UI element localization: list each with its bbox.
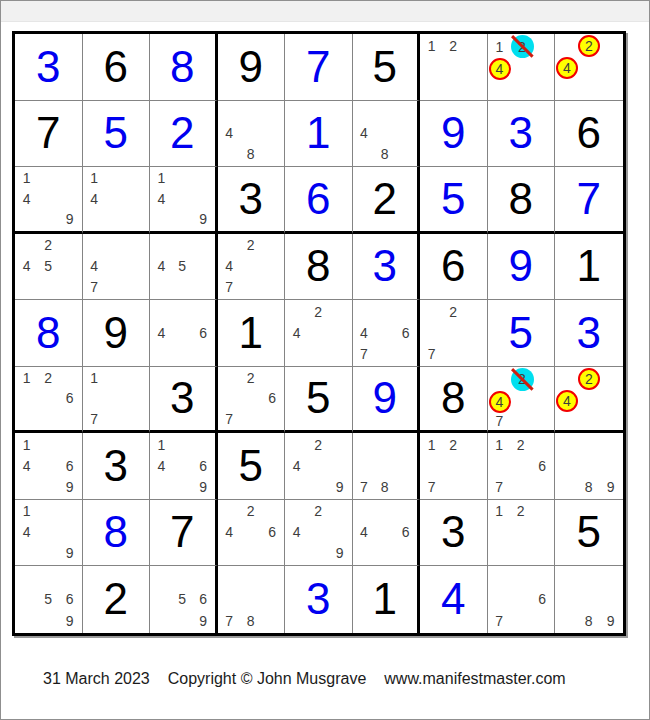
cell-r1c3[interactable]: 8	[150, 34, 218, 101]
cell-r4c7[interactable]: 6	[420, 234, 488, 301]
candidate-9: 9	[59, 543, 81, 564]
cell-r8c4[interactable]: 246	[218, 500, 286, 567]
cell-r6c1[interactable]: 126	[15, 367, 83, 434]
candidate-1: 1	[16, 168, 38, 189]
candidate-4: 4	[16, 522, 38, 543]
cell-r9c8[interactable]: 67	[488, 566, 556, 633]
candidate-2-eliminated: 2	[511, 35, 534, 58]
candidate-grid: 126	[16, 368, 81, 430]
cell-value: 3	[150, 367, 215, 431]
candidate-8: 8	[240, 610, 262, 632]
cell-r3c5[interactable]: 6	[285, 167, 353, 234]
cell-value: 5	[218, 433, 285, 499]
cell-r4c9[interactable]: 1	[555, 234, 623, 301]
candidate-9: 9	[59, 610, 81, 632]
candidate-7: 7	[489, 610, 511, 632]
candidate-4: 4	[151, 256, 172, 277]
cell-r9c4[interactable]: 78	[218, 566, 286, 633]
cell-r9c1[interactable]: 569	[15, 566, 83, 633]
cell-r1c7[interactable]: 12	[420, 34, 488, 101]
candidate-2: 2	[510, 434, 532, 455]
cell-value: 7	[15, 101, 82, 167]
candidate-2-circled: 2	[578, 368, 600, 390]
candidate-8: 8	[374, 476, 395, 497]
candidate-2: 2	[38, 235, 60, 256]
candidate-4: 4	[16, 189, 38, 210]
footer-website: www.manifestmaster.com	[384, 670, 565, 688]
candidate-grid: 247	[219, 235, 284, 299]
candidate-grid: 124	[489, 35, 554, 99]
candidate-grid: 249	[286, 501, 351, 565]
cell-r6c3[interactable]: 3	[150, 367, 218, 434]
candidate-7: 7	[84, 409, 106, 430]
candidate-2-circled: 2	[578, 35, 600, 57]
cell-r4c2[interactable]: 47	[83, 234, 151, 301]
candidate-4-circled: 4	[556, 57, 578, 79]
candidate-1: 1	[489, 501, 511, 522]
candidate-1: 1	[16, 501, 38, 522]
cell-r5c9[interactable]: 3	[555, 300, 623, 367]
candidate-1: 1	[421, 434, 443, 455]
candidate-2: 2	[443, 434, 465, 455]
cell-value: 8	[15, 300, 82, 366]
candidate-7: 7	[421, 343, 443, 364]
candidate-1: 1	[151, 168, 172, 189]
cell-r5c2[interactable]: 9	[83, 300, 151, 367]
candidate-2: 2	[308, 301, 330, 322]
cell-value: 6	[420, 234, 487, 300]
candidate-7: 7	[354, 476, 375, 497]
cell-value: 3	[285, 566, 352, 633]
footer-copyright: Copyright © John Musgrave	[168, 670, 367, 688]
candidate-9: 9	[59, 209, 81, 230]
cell-r2c8[interactable]: 3	[488, 101, 556, 168]
cell-r3c7[interactable]: 5	[420, 167, 488, 234]
top-strip	[1, 1, 649, 22]
cell-r6c5[interactable]: 5	[285, 367, 353, 434]
candidate-grid: 12	[489, 501, 554, 565]
candidate-grid: 48	[219, 102, 284, 166]
candidate-4: 4	[219, 256, 241, 277]
cell-r4c3[interactable]: 45	[150, 234, 218, 301]
cell-value: 9	[420, 101, 487, 167]
cell-r3c6[interactable]: 2	[353, 167, 421, 234]
candidate-4: 4	[354, 522, 375, 543]
candidate-grid: 149	[16, 501, 81, 565]
candidate-7: 7	[354, 343, 375, 364]
candidate-1: 1	[84, 368, 106, 389]
cell-r5c8[interactable]: 5	[488, 300, 556, 367]
candidate-6: 6	[59, 589, 81, 611]
candidate-4-circled: 4	[489, 58, 511, 80]
cell-r2c5[interactable]: 1	[285, 101, 353, 168]
candidate-2: 2	[240, 235, 262, 256]
candidate-4: 4	[286, 455, 308, 476]
cell-r8c9[interactable]: 5	[555, 500, 623, 567]
cell-r4c5[interactable]: 8	[285, 234, 353, 301]
candidate-1: 1	[151, 434, 172, 455]
cell-value: 5	[83, 101, 150, 167]
candidate-9: 9	[193, 610, 214, 632]
candidate-2: 2	[240, 368, 262, 389]
cell-r7c8[interactable]: 1267	[488, 433, 556, 500]
candidate-4: 4	[151, 455, 172, 476]
candidate-8: 8	[578, 476, 600, 497]
candidate-6: 6	[262, 388, 284, 409]
cell-value: 2	[83, 566, 150, 633]
cell-r3c4[interactable]: 3	[218, 167, 286, 234]
cell-value: 2	[353, 167, 418, 231]
candidate-7: 7	[489, 476, 511, 497]
candidate-2: 2	[240, 501, 262, 522]
cell-value: 2	[150, 101, 215, 167]
cell-r7c7[interactable]: 127	[420, 433, 488, 500]
cell-value: 6	[555, 101, 623, 167]
candidate-grid: 24	[556, 368, 622, 430]
cell-value: 4	[420, 566, 487, 633]
candidate-grid: 1469	[16, 434, 81, 498]
candidate-6: 6	[262, 522, 284, 543]
cell-r3c2[interactable]: 14	[83, 167, 151, 234]
cell-value: 5	[353, 34, 418, 100]
cell-r7c2[interactable]: 3	[83, 433, 151, 500]
candidate-grid: 149	[16, 168, 81, 230]
cell-r6c8[interactable]: 247	[488, 367, 556, 434]
cell-r7c5[interactable]: 249	[285, 433, 353, 500]
candidate-5: 5	[172, 256, 193, 277]
candidate-7: 7	[84, 277, 106, 298]
cell-value: 5	[555, 500, 623, 566]
cell-r2c9[interactable]: 6	[555, 101, 623, 168]
candidate-5: 5	[172, 589, 193, 611]
cell-value: 8	[83, 500, 150, 566]
candidate-5: 5	[38, 589, 60, 611]
candidate-grid: 246	[219, 501, 284, 565]
candidate-7: 7	[219, 610, 241, 632]
cell-r2c1[interactable]: 7	[15, 101, 83, 168]
candidate-4: 4	[84, 256, 106, 277]
cell-value: 7	[285, 34, 352, 100]
cell-r9c5[interactable]: 3	[285, 566, 353, 633]
cell-value: 3	[218, 167, 285, 231]
cell-r6c4[interactable]: 267	[218, 367, 286, 434]
cell-value: 9	[83, 300, 150, 366]
cell-r4c1[interactable]: 245	[15, 234, 83, 301]
cell-r1c9[interactable]: 24	[555, 34, 623, 101]
candidate-6: 6	[193, 455, 214, 476]
cell-r7c1[interactable]: 1469	[15, 433, 83, 500]
candidate-9: 9	[329, 543, 351, 564]
cell-r1c8[interactable]: 124	[488, 34, 556, 101]
cell-value: 6	[83, 34, 150, 100]
candidate-6: 6	[395, 522, 416, 543]
cell-value: 3	[353, 234, 418, 300]
cell-r7c4[interactable]: 5	[218, 433, 286, 500]
candidate-9: 9	[600, 610, 622, 632]
cell-value: 5	[420, 167, 487, 231]
cell-r2c6[interactable]: 48	[353, 101, 421, 168]
candidate-grid: 17	[84, 368, 149, 430]
candidate-grid: 27	[421, 301, 486, 365]
cell-value: 3	[488, 101, 555, 167]
cell-r6c9[interactable]: 24	[555, 367, 623, 434]
cell-r8c8[interactable]: 12	[488, 500, 556, 567]
candidate-8: 8	[374, 144, 395, 165]
candidate-grid: 78	[219, 567, 284, 632]
cell-r3c1[interactable]: 149	[15, 167, 83, 234]
cell-value: 3	[15, 34, 82, 100]
candidate-grid: 47	[84, 235, 149, 299]
cell-r8c7[interactable]: 3	[420, 500, 488, 567]
cell-value: 9	[218, 34, 285, 100]
candidate-grid: 12	[421, 35, 486, 99]
cell-value: 3	[420, 500, 487, 566]
cell-r3c3[interactable]: 149	[150, 167, 218, 234]
footer: 31 March 2023 Copyright © John Musgrave …	[43, 670, 566, 688]
cell-r2c4[interactable]: 48	[218, 101, 286, 168]
page: 3689751212424752481489361491414936258724…	[0, 0, 650, 720]
cell-value: 3	[83, 433, 150, 499]
cell-r9c3[interactable]: 569	[150, 566, 218, 633]
candidate-4: 4	[219, 522, 241, 543]
cell-r7c3[interactable]: 1469	[150, 433, 218, 500]
cell-r4c4[interactable]: 247	[218, 234, 286, 301]
candidate-6: 6	[395, 322, 416, 343]
candidate-2: 2	[38, 368, 60, 389]
candidate-grid: 24	[286, 301, 351, 365]
cell-r5c6[interactable]: 467	[353, 300, 421, 367]
candidate-1: 1	[489, 35, 511, 58]
cell-value: 1	[218, 300, 285, 366]
sudoku-board: 3689751212424752481489361491414936258724…	[12, 31, 626, 636]
cell-value: 5	[488, 300, 555, 366]
cell-r3c9[interactable]: 7	[555, 167, 623, 234]
candidate-6: 6	[532, 589, 554, 611]
candidate-1: 1	[489, 434, 511, 455]
cell-r5c7[interactable]: 27	[420, 300, 488, 367]
candidate-4: 4	[286, 322, 308, 343]
cell-value: 8	[488, 167, 555, 231]
cell-r5c4[interactable]: 1	[218, 300, 286, 367]
candidate-2: 2	[308, 501, 330, 522]
candidate-grid: 127	[421, 434, 486, 498]
candidate-4: 4	[84, 189, 106, 210]
cell-r1c4[interactable]: 9	[218, 34, 286, 101]
candidate-9: 9	[600, 476, 622, 497]
candidate-grid: 89	[556, 434, 622, 498]
cell-r6c6[interactable]: 9	[353, 367, 421, 434]
candidate-6: 6	[532, 455, 554, 476]
cell-value: 6	[285, 167, 352, 231]
cell-r6c7[interactable]: 8	[420, 367, 488, 434]
candidate-grid: 46	[354, 501, 417, 565]
cell-r2c3[interactable]: 2	[150, 101, 218, 168]
candidate-2: 2	[443, 301, 465, 322]
cell-r9c9[interactable]: 89	[555, 566, 623, 633]
candidate-5: 5	[38, 256, 60, 277]
cell-r1c2[interactable]: 6	[83, 34, 151, 101]
cell-r5c1[interactable]: 8	[15, 300, 83, 367]
cell-r7c9[interactable]: 89	[555, 433, 623, 500]
cell-r8c6[interactable]: 46	[353, 500, 421, 567]
cell-value: 1	[353, 566, 418, 633]
candidate-grid: 1469	[151, 434, 214, 498]
candidate-9: 9	[59, 476, 81, 497]
candidate-4: 4	[354, 322, 375, 343]
cell-r1c6[interactable]: 5	[353, 34, 421, 101]
cell-value: 9	[353, 367, 418, 431]
candidate-8: 8	[240, 144, 262, 165]
cell-value: 1	[285, 101, 352, 167]
cell-r6c2[interactable]: 17	[83, 367, 151, 434]
candidate-2: 2	[308, 434, 330, 455]
candidate-grid: 67	[489, 567, 554, 632]
candidate-9: 9	[329, 476, 351, 497]
candidate-6: 6	[193, 589, 214, 611]
candidate-7: 7	[489, 413, 511, 430]
cell-r7c6[interactable]: 78	[353, 433, 421, 500]
cell-r9c7[interactable]: 4	[420, 566, 488, 633]
cell-r8c2[interactable]: 8	[83, 500, 151, 567]
candidate-grid: 249	[286, 434, 351, 498]
candidate-grid: 46	[151, 301, 214, 365]
candidate-4-circled: 4	[489, 391, 511, 413]
candidate-9: 9	[193, 209, 214, 230]
cell-r4c6[interactable]: 3	[353, 234, 421, 301]
candidate-4: 4	[354, 123, 375, 144]
candidate-1: 1	[421, 35, 443, 56]
cell-value: 1	[555, 234, 623, 300]
cell-r8c5[interactable]: 249	[285, 500, 353, 567]
candidate-grid: 48	[354, 102, 417, 166]
candidate-2: 2	[510, 501, 532, 522]
candidate-4: 4	[151, 322, 172, 343]
candidate-grid: 24	[556, 35, 622, 99]
candidate-grid: 14	[84, 168, 149, 230]
candidate-grid: 467	[354, 301, 417, 365]
candidate-4: 4	[16, 455, 38, 476]
cell-value: 8	[420, 367, 487, 431]
candidate-1: 1	[16, 434, 38, 455]
cell-r3c8[interactable]: 8	[488, 167, 556, 234]
cell-value: 8	[285, 234, 352, 300]
candidate-grid: 45	[151, 235, 214, 299]
cell-r1c1[interactable]: 3	[15, 34, 83, 101]
candidate-grid: 569	[16, 567, 81, 632]
candidate-7: 7	[219, 409, 241, 430]
cell-r8c3[interactable]: 7	[150, 500, 218, 567]
candidate-1: 1	[16, 368, 38, 389]
candidate-4: 4	[16, 256, 38, 277]
candidate-6: 6	[59, 388, 81, 409]
candidate-grid: 569	[151, 567, 214, 632]
candidate-1: 1	[84, 168, 106, 189]
candidate-grid: 247	[489, 368, 554, 430]
candidate-2: 2	[443, 35, 465, 56]
footer-date: 31 March 2023	[43, 670, 150, 688]
cell-r9c2[interactable]: 2	[83, 566, 151, 633]
candidate-grid: 1267	[489, 434, 554, 498]
cell-value: 3	[555, 300, 623, 366]
candidate-7: 7	[421, 476, 443, 497]
cell-r4c8[interactable]: 9	[488, 234, 556, 301]
candidate-9: 9	[193, 476, 214, 497]
cell-r8c1[interactable]: 149	[15, 500, 83, 567]
cell-value: 9	[488, 234, 555, 300]
candidate-4: 4	[286, 522, 308, 543]
candidate-2-eliminated: 2	[511, 368, 534, 391]
cell-r9c6[interactable]: 1	[353, 566, 421, 633]
candidate-grid: 89	[556, 567, 622, 632]
candidate-4: 4	[151, 189, 172, 210]
candidate-grid: 78	[354, 434, 417, 498]
cell-r5c3[interactable]: 46	[150, 300, 218, 367]
candidate-grid: 245	[16, 235, 81, 299]
candidate-6: 6	[59, 455, 81, 476]
candidate-8: 8	[578, 610, 600, 632]
candidate-7: 7	[219, 277, 241, 298]
cell-r2c7[interactable]: 9	[420, 101, 488, 168]
cell-value: 7	[555, 167, 623, 231]
candidate-grid: 267	[219, 368, 284, 430]
candidate-4: 4	[219, 123, 241, 144]
candidate-grid: 149	[151, 168, 214, 230]
cell-value: 5	[285, 367, 352, 431]
cell-value: 8	[150, 34, 215, 100]
cell-value: 7	[150, 500, 215, 566]
cell-r5c5[interactable]: 24	[285, 300, 353, 367]
candidate-6: 6	[193, 322, 214, 343]
cell-r2c2[interactable]: 5	[83, 101, 151, 168]
candidate-4-circled: 4	[556, 390, 578, 412]
cell-r1c5[interactable]: 7	[285, 34, 353, 101]
